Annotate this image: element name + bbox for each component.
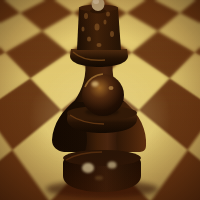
pawn-ball-specular-left	[92, 81, 99, 87]
chess-pieces	[0, 0, 200, 200]
pawn-base-specular-left	[82, 163, 94, 173]
pawn-base-specular-right	[108, 162, 117, 169]
king-collar	[70, 49, 128, 67]
pawn-base-sheen	[95, 176, 103, 180]
pawn-ball-specular-right	[109, 86, 114, 90]
pawn-ball-head	[82, 74, 124, 116]
photo-stage	[0, 0, 200, 200]
